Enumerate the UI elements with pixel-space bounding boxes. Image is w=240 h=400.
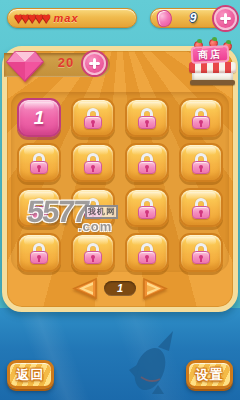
shop-storefront [192, 73, 233, 80]
lock-body [192, 161, 210, 174]
lock-keystem [92, 258, 94, 262]
page-number: 1 [104, 281, 136, 296]
lock-keystem [200, 213, 202, 217]
add-gems-button[interactable] [83, 52, 106, 75]
lock-keystem [92, 123, 94, 127]
page-navigation: 1 [7, 278, 233, 299]
prev-page-arrow[interactable] [72, 278, 97, 299]
lock-keystem [200, 258, 202, 262]
lives-max-label: max [54, 12, 79, 24]
hearts-row: ♥♥♥♥♥ [14, 9, 49, 27]
watermark-site-name: 我机网 [85, 205, 118, 219]
fish-silhouette [128, 327, 180, 397]
lock-icon [191, 243, 211, 264]
lock-icon [191, 108, 211, 129]
lock-icon [83, 243, 103, 264]
lock-keystem [146, 258, 148, 262]
lock-body [138, 116, 156, 129]
lock-body [84, 116, 102, 129]
lock-body [138, 251, 156, 264]
level-cell-locked-6[interactable] [71, 143, 115, 182]
lives-pill: ♥♥♥♥♥ max [7, 8, 137, 28]
level-grid: 1 [17, 98, 223, 272]
lock-icon [191, 198, 211, 219]
lock-icon [29, 243, 49, 264]
lock-body [84, 251, 102, 264]
lock-icon [83, 108, 103, 129]
lock-keystem [200, 123, 202, 127]
level-cell-locked-5[interactable] [17, 143, 61, 182]
lock-icon [29, 153, 49, 174]
lock-body [30, 251, 48, 264]
gem-count: 20 [51, 51, 81, 75]
shop-step [190, 80, 235, 85]
lock-icon [83, 153, 103, 174]
level-cell-locked-2[interactable] [71, 98, 115, 137]
shop-sign-label: 商店 [191, 45, 230, 64]
lock-body [192, 206, 210, 219]
lock-body [84, 161, 102, 174]
lock-icon [137, 198, 157, 219]
lock-keystem [38, 258, 40, 262]
lock-keystem [146, 123, 148, 127]
heart-icon: ♥ [42, 9, 51, 27]
level-cell-locked-13[interactable] [17, 233, 61, 272]
lock-body [30, 161, 48, 174]
lock-body [138, 161, 156, 174]
shop-button[interactable]: 商店 [189, 40, 237, 86]
candy-icon [155, 8, 173, 28]
level-cell-locked-14[interactable] [71, 233, 115, 272]
back-button[interactable]: 返回 [7, 360, 54, 389]
lock-icon [137, 108, 157, 129]
level-cell-locked-15[interactable] [125, 233, 169, 272]
lock-keystem [146, 213, 148, 217]
level-cell-locked-7[interactable] [125, 143, 169, 182]
lock-keystem [200, 168, 202, 172]
lock-keystem [92, 168, 94, 172]
lock-body [192, 251, 210, 264]
settings-button[interactable]: 设置 [186, 360, 233, 389]
lock-body [138, 206, 156, 219]
watermark: 5577 我机网 .com [27, 200, 137, 234]
lock-body [192, 116, 210, 129]
level-cell-locked-3[interactable] [125, 98, 169, 137]
lock-icon [137, 243, 157, 264]
level-cell-locked-16[interactable] [179, 233, 223, 272]
diamond-icon [5, 49, 45, 83]
level-cell-locked-4[interactable] [179, 98, 223, 137]
level-cell-locked-8[interactable] [179, 143, 223, 182]
lock-keystem [38, 168, 40, 172]
lock-keystem [146, 168, 148, 172]
watermark-domain: .com [78, 219, 112, 234]
lock-icon [191, 153, 211, 174]
level-cell-locked-12[interactable] [179, 188, 223, 227]
candy-count: 9 [172, 11, 214, 25]
level-number: 1 [34, 107, 45, 129]
lock-icon [137, 153, 157, 174]
candy-counter-pill: 9 [150, 8, 236, 28]
add-candy-button[interactable] [214, 7, 237, 30]
level-cell-1[interactable]: 1 [17, 98, 61, 137]
next-page-arrow[interactable] [143, 278, 168, 299]
